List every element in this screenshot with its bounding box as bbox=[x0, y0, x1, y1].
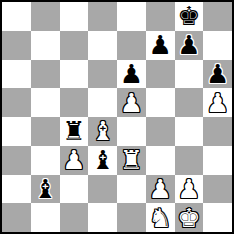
square-f4[interactable] bbox=[146, 117, 175, 146]
piece-black-pawn: ♟ bbox=[206, 61, 229, 87]
square-d3[interactable]: ♝ bbox=[88, 146, 117, 175]
square-a2[interactable] bbox=[2, 175, 31, 204]
square-c2[interactable] bbox=[60, 175, 89, 204]
square-b2[interactable]: ♝ bbox=[31, 175, 60, 204]
square-d5[interactable] bbox=[88, 88, 117, 117]
square-e7[interactable] bbox=[117, 31, 146, 60]
square-g5[interactable] bbox=[175, 88, 204, 117]
square-b3[interactable] bbox=[31, 146, 60, 175]
square-e6[interactable]: ♟ bbox=[117, 60, 146, 89]
square-g1[interactable]: ♚ bbox=[175, 203, 204, 232]
square-c6[interactable] bbox=[60, 60, 89, 89]
square-c1[interactable] bbox=[60, 203, 89, 232]
square-a3[interactable] bbox=[2, 146, 31, 175]
square-b7[interactable] bbox=[31, 31, 60, 60]
square-f6[interactable] bbox=[146, 60, 175, 89]
square-g2[interactable]: ♟ bbox=[175, 175, 204, 204]
square-f8[interactable] bbox=[146, 2, 175, 31]
square-h4[interactable] bbox=[203, 117, 232, 146]
piece-white-king: ♚ bbox=[177, 205, 200, 231]
square-e2[interactable] bbox=[117, 175, 146, 204]
piece-white-pawn: ♟ bbox=[148, 176, 171, 202]
square-h6[interactable]: ♟ bbox=[203, 60, 232, 89]
square-c3[interactable]: ♟ bbox=[60, 146, 89, 175]
square-g3[interactable] bbox=[175, 146, 204, 175]
piece-black-pawn: ♟ bbox=[120, 61, 143, 87]
square-d8[interactable] bbox=[88, 2, 117, 31]
square-h5[interactable]: ♟ bbox=[203, 88, 232, 117]
square-h1[interactable] bbox=[203, 203, 232, 232]
piece-white-rook: ♜ bbox=[120, 147, 143, 173]
square-a8[interactable] bbox=[2, 2, 31, 31]
square-d1[interactable] bbox=[88, 203, 117, 232]
square-a5[interactable] bbox=[2, 88, 31, 117]
square-c4[interactable]: ♜ bbox=[60, 117, 89, 146]
piece-white-pawn: ♟ bbox=[120, 90, 143, 116]
square-a6[interactable] bbox=[2, 60, 31, 89]
square-g6[interactable] bbox=[175, 60, 204, 89]
square-d4[interactable]: ♝ bbox=[88, 117, 117, 146]
square-f3[interactable] bbox=[146, 146, 175, 175]
square-h2[interactable] bbox=[203, 175, 232, 204]
square-h3[interactable] bbox=[203, 146, 232, 175]
square-d6[interactable] bbox=[88, 60, 117, 89]
square-a4[interactable] bbox=[2, 117, 31, 146]
piece-white-bishop: ♝ bbox=[91, 118, 114, 144]
chess-board: ♚♟♟♟♟♟♟♜♝♟♝♜♝♟♟♞♚ bbox=[0, 0, 234, 234]
square-e4[interactable] bbox=[117, 117, 146, 146]
square-e5[interactable]: ♟ bbox=[117, 88, 146, 117]
square-g7[interactable]: ♟ bbox=[175, 31, 204, 60]
square-c7[interactable] bbox=[60, 31, 89, 60]
piece-black-pawn: ♟ bbox=[177, 32, 200, 58]
square-b1[interactable] bbox=[31, 203, 60, 232]
piece-white-pawn: ♟ bbox=[177, 176, 200, 202]
square-a7[interactable] bbox=[2, 31, 31, 60]
square-e1[interactable] bbox=[117, 203, 146, 232]
piece-white-pawn: ♟ bbox=[206, 90, 229, 116]
square-h8[interactable] bbox=[203, 2, 232, 31]
square-g4[interactable] bbox=[175, 117, 204, 146]
square-a1[interactable] bbox=[2, 203, 31, 232]
square-c5[interactable] bbox=[60, 88, 89, 117]
square-c8[interactable] bbox=[60, 2, 89, 31]
piece-black-pawn: ♟ bbox=[148, 32, 171, 58]
square-e3[interactable]: ♜ bbox=[117, 146, 146, 175]
piece-white-pawn: ♟ bbox=[62, 147, 85, 173]
square-b8[interactable] bbox=[31, 2, 60, 31]
square-f1[interactable]: ♞ bbox=[146, 203, 175, 232]
piece-black-king: ♚ bbox=[177, 3, 200, 29]
square-h7[interactable] bbox=[203, 31, 232, 60]
square-g8[interactable]: ♚ bbox=[175, 2, 204, 31]
square-d7[interactable] bbox=[88, 31, 117, 60]
square-b6[interactable] bbox=[31, 60, 60, 89]
piece-white-knight: ♞ bbox=[148, 205, 171, 231]
square-f2[interactable]: ♟ bbox=[146, 175, 175, 204]
square-b5[interactable] bbox=[31, 88, 60, 117]
square-f5[interactable] bbox=[146, 88, 175, 117]
piece-black-rook: ♜ bbox=[62, 118, 85, 144]
square-e8[interactable] bbox=[117, 2, 146, 31]
piece-black-bishop: ♝ bbox=[91, 147, 114, 173]
square-d2[interactable] bbox=[88, 175, 117, 204]
piece-black-bishop: ♝ bbox=[33, 176, 56, 202]
square-b4[interactable] bbox=[31, 117, 60, 146]
square-f7[interactable]: ♟ bbox=[146, 31, 175, 60]
